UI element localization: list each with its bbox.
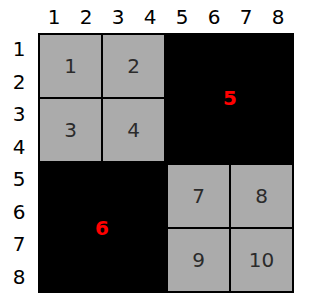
row-label-6: 6 xyxy=(0,196,38,229)
quadrant-bottom-left: 6 xyxy=(38,163,166,293)
row-label-2: 2 xyxy=(0,66,38,99)
col-label-4: 4 xyxy=(134,0,166,33)
col-label-5: 5 xyxy=(166,0,198,33)
row-labels: 1 2 3 4 5 6 7 8 xyxy=(0,33,38,293)
region-label-6: 6 xyxy=(95,216,109,240)
quadrant-bottom-right: 7 8 9 10 xyxy=(166,163,294,293)
region-cell-3: 3 xyxy=(40,99,101,161)
row-label-1: 1 xyxy=(0,33,38,66)
region-cell-9: 9 xyxy=(168,229,229,291)
col-label-7: 7 xyxy=(230,0,262,33)
region-cell-10: 10 xyxy=(231,229,292,291)
row-label-3: 3 xyxy=(0,98,38,131)
row-label-8: 8 xyxy=(0,261,38,294)
col-label-6: 6 xyxy=(198,0,230,33)
col-label-3: 3 xyxy=(102,0,134,33)
quadrant-top-left: 1 2 3 4 xyxy=(38,33,166,163)
column-labels: 1 2 3 4 5 6 7 8 xyxy=(38,0,294,33)
row-label-4: 4 xyxy=(0,131,38,164)
board: 1 2 3 4 5 6 7 8 9 10 xyxy=(38,33,294,293)
col-label-8: 8 xyxy=(262,0,294,33)
region-cell-1: 1 xyxy=(40,35,101,97)
col-label-1: 1 xyxy=(38,0,70,33)
region-cell-2: 2 xyxy=(103,35,164,97)
quadrant-top-right: 5 xyxy=(166,33,294,163)
region-cell-7: 7 xyxy=(168,165,229,227)
row-label-5: 5 xyxy=(0,163,38,196)
region-cell-4: 4 xyxy=(103,99,164,161)
region-cell-8: 8 xyxy=(231,165,292,227)
region-label-5: 5 xyxy=(223,86,237,110)
row-label-7: 7 xyxy=(0,228,38,261)
col-label-2: 2 xyxy=(70,0,102,33)
quadtree-grid-figure: 1 2 3 4 5 6 7 8 1 2 3 4 5 6 7 8 1 2 3 4 … xyxy=(0,0,313,305)
